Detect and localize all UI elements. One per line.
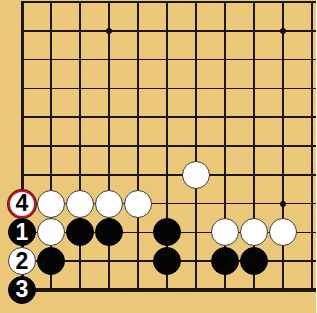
move-number-label: 1 (16, 221, 29, 244)
stone-white-K3 (269, 218, 297, 246)
stone-white-G5 (182, 161, 210, 189)
stone-white-H3 (211, 218, 239, 246)
go-board: 4123 (0, 0, 316, 313)
move-number-label: 3 (16, 278, 29, 301)
stone-white-A4-last-move: 4 (8, 190, 36, 218)
stone-black-D3 (95, 218, 123, 246)
stone-black-J2 (240, 247, 268, 275)
stone-white-B3 (37, 218, 65, 246)
stone-black-C3 (66, 218, 94, 246)
stone-white-C4 (66, 190, 94, 218)
stone-white-J3 (240, 218, 268, 246)
move-number-label: 2 (16, 250, 29, 273)
stone-black-F3 (153, 218, 181, 246)
stone-black-B2 (37, 247, 65, 275)
stone-black-A1: 3 (8, 276, 36, 304)
stone-white-B4 (37, 190, 65, 218)
stone-white-D4 (95, 190, 123, 218)
stone-black-H2 (211, 247, 239, 275)
stone-white-A2: 2 (8, 247, 36, 275)
board-grid: 4123 (8, 0, 317, 304)
move-number-label: 4 (16, 192, 29, 215)
stone-black-F2 (153, 247, 181, 275)
stone-white-E4 (124, 190, 152, 218)
stone-black-A3: 1 (8, 218, 36, 246)
